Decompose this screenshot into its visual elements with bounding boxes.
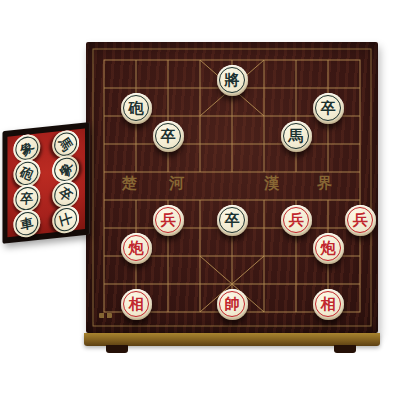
piece-炮[interactable]: 炮 [313, 233, 344, 264]
piece-character: 兵 [353, 213, 368, 228]
river-text-left: 楚河 [122, 173, 216, 193]
tray-felt: 象馬砲象卒卒車士 [7, 129, 85, 238]
piece-ring: 士 [52, 205, 80, 235]
piece-相[interactable]: 相 [121, 289, 152, 320]
piece-character: 馬 [289, 129, 304, 144]
captured-pieces-tray: 象馬砲象卒卒車士 [2, 122, 90, 244]
piece-character: 象 [18, 139, 36, 158]
piece-character: 帥 [225, 297, 240, 312]
piece-卒[interactable]: 卒 [217, 205, 248, 236]
piece-ring: 車 [14, 210, 40, 238]
piece-character: 象 [57, 161, 74, 177]
piece-砲[interactable]: 砲 [121, 93, 152, 124]
piece-character: 卒 [20, 192, 34, 206]
piece-ring: 卒 [15, 187, 39, 211]
piece-ring: 炮 [123, 235, 149, 261]
piece-character: 將 [225, 73, 240, 88]
piece-ring: 相 [123, 291, 149, 317]
piece-ring: 兵 [155, 207, 181, 233]
piece-卒[interactable]: 卒 [153, 121, 184, 152]
xiangqi-board[interactable]: 楚河 漢界 將砲卒卒馬卒兵兵兵炮炮相帥相 [86, 42, 378, 333]
piece-兵[interactable]: 兵 [153, 205, 184, 236]
piece-ring: 卒 [219, 207, 245, 233]
piece-character: 士 [58, 211, 74, 228]
piece-character: 卒 [225, 213, 240, 228]
piece-character: 砲 [129, 101, 144, 116]
piece-character: 砲 [18, 165, 35, 182]
piece-兵[interactable]: 兵 [281, 205, 312, 236]
piece-ring: 兵 [347, 207, 373, 233]
piece-馬[interactable]: 馬 [281, 121, 312, 152]
piece-character: 車 [20, 216, 35, 232]
board-foot-left [106, 345, 128, 353]
piece-ring: 砲 [123, 95, 149, 121]
piece-character: 馬 [57, 135, 75, 153]
piece-車[interactable]: 車 [12, 207, 42, 240]
piece-ring: 砲 [12, 159, 42, 189]
piece-ring: 帥 [219, 291, 245, 317]
piece-ring: 象 [51, 155, 80, 183]
piece-ring: 馬 [283, 123, 309, 149]
piece-character: 兵 [161, 213, 176, 228]
piece-character: 卒 [161, 129, 176, 144]
piece-character: 兵 [289, 213, 304, 228]
maker-mark-icon [99, 313, 112, 318]
piece-ring: 卒 [315, 95, 341, 121]
piece-相[interactable]: 相 [313, 289, 344, 320]
piece-character: 相 [321, 297, 336, 312]
piece-兵[interactable]: 兵 [345, 205, 376, 236]
piece-將[interactable]: 將 [217, 65, 248, 96]
piece-character: 卒 [57, 185, 75, 203]
piece-ring: 兵 [283, 207, 309, 233]
piece-character: 炮 [321, 241, 336, 256]
piece-炮[interactable]: 炮 [121, 233, 152, 264]
piece-character: 炮 [129, 241, 144, 256]
piece-ring: 將 [219, 67, 245, 93]
piece-character: 相 [129, 297, 144, 312]
piece-ring: 相 [315, 291, 341, 317]
river-text-right: 漢界 [264, 173, 370, 193]
piece-ring: 炮 [315, 235, 341, 261]
board-foot-right [334, 345, 356, 353]
piece-卒[interactable]: 卒 [313, 93, 344, 124]
piece-character: 卒 [321, 101, 336, 116]
piece-ring: 卒 [155, 123, 181, 149]
piece-卒[interactable]: 卒 [13, 184, 42, 212]
piece-帥[interactable]: 帥 [217, 289, 248, 320]
piece-士[interactable]: 士 [49, 202, 82, 237]
